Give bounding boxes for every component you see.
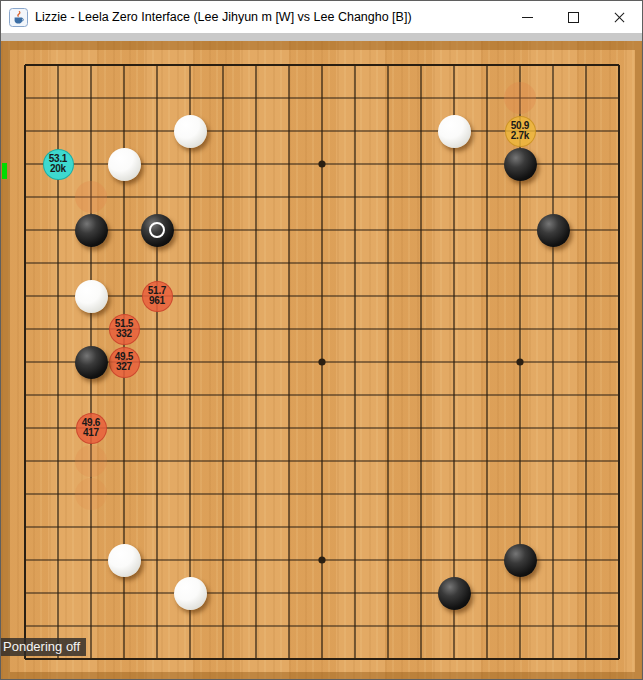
- window-controls: [504, 1, 642, 33]
- candidate-move-b16[interactable]: 53.120k: [43, 149, 74, 180]
- candidate-visits: 417: [83, 428, 99, 438]
- candidate-visits: 332: [116, 329, 132, 339]
- black-stone-q4: [504, 544, 537, 577]
- black-stone-c10: [75, 346, 108, 379]
- white-stone-c12: [75, 280, 108, 313]
- ghost-move-q18[interactable]: [504, 82, 536, 114]
- candidate-visits: 20k: [50, 164, 66, 174]
- candidate-move-d10[interactable]: 49.5327: [109, 347, 140, 378]
- black-stone-e14: [141, 214, 174, 247]
- ghost-move-c6[interactable]: [75, 478, 107, 510]
- minimize-button[interactable]: [504, 1, 550, 33]
- last-move-marker: [149, 222, 165, 238]
- white-stone-f17: [174, 115, 207, 148]
- black-stone-q16: [504, 148, 537, 181]
- close-icon: [613, 11, 626, 24]
- white-stone-d16: [108, 148, 141, 181]
- app-window: Lizzie - Leela Zero Interface (Lee Jihyu…: [0, 0, 643, 680]
- candidate-move-c8[interactable]: 49.6417: [76, 413, 107, 444]
- black-stone-r14: [537, 214, 570, 247]
- window-title: Lizzie - Leela Zero Interface (Lee Jihyu…: [35, 10, 412, 24]
- title-bar: Lizzie - Leela Zero Interface (Lee Jihyu…: [1, 1, 642, 33]
- maximize-icon: [568, 12, 579, 23]
- candidate-visits: 961: [149, 296, 165, 306]
- white-stone-o17: [438, 115, 471, 148]
- black-stone-c14: [75, 214, 108, 247]
- white-stone-d4: [108, 544, 141, 577]
- candidate-move-d11[interactable]: 51.5332: [109, 314, 140, 345]
- pondering-status: Pondering off: [1, 638, 86, 656]
- java-app-icon: [9, 8, 28, 27]
- candidate-move-q17[interactable]: 50.92.7k: [505, 116, 536, 147]
- engine-indicator: [2, 163, 7, 179]
- black-stone-o3: [438, 577, 471, 610]
- pieces-layer: 53.120k50.92.7k51.796151.533249.532749.6…: [1, 41, 643, 680]
- goban[interactable]: 53.120k50.92.7k51.796151.533249.532749.6…: [1, 41, 643, 680]
- titlebar-shadow-band: [1, 33, 642, 41]
- maximize-button[interactable]: [550, 1, 596, 33]
- ghost-move-c15[interactable]: [75, 181, 107, 213]
- candidate-visits: 2.7k: [511, 131, 529, 141]
- close-button[interactable]: [596, 1, 642, 33]
- minimize-icon: [522, 17, 533, 18]
- candidate-move-e12[interactable]: 51.7961: [142, 281, 173, 312]
- ghost-move-c7[interactable]: [75, 445, 107, 477]
- white-stone-f3: [174, 577, 207, 610]
- candidate-visits: 327: [116, 362, 132, 372]
